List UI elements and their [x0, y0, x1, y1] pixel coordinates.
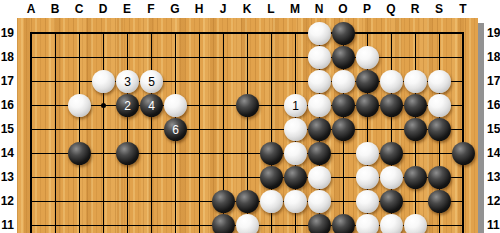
- stone-white-P13[interactable]: [356, 166, 379, 189]
- grid-vertical-D: [103, 32, 104, 233]
- row-label-left-13: 13: [0, 169, 14, 185]
- row-label-right-18: 18: [487, 49, 500, 65]
- column-label-F: F: [139, 1, 163, 17]
- row-label-left-18: 18: [0, 49, 14, 65]
- stone-black-N15[interactable]: [308, 118, 331, 141]
- row-label-right-15: 15: [487, 121, 500, 137]
- column-label-B: B: [43, 1, 67, 17]
- stone-black-K16[interactable]: [236, 94, 259, 117]
- column-label-J: J: [211, 1, 235, 17]
- stone-black-Q14[interactable]: [380, 142, 403, 165]
- column-label-O: O: [331, 1, 355, 17]
- stone-black-J11[interactable]: [212, 214, 235, 233]
- stone-black-P16[interactable]: [356, 94, 379, 117]
- stone-black-O18[interactable]: [332, 46, 355, 69]
- go-diagram: ABCDEFGHJKLMNOPQRST 191817161514131211 1…: [0, 0, 500, 233]
- stone-white-L12[interactable]: [260, 190, 283, 213]
- stone-black-R16[interactable]: [404, 94, 427, 117]
- column-label-D: D: [91, 1, 115, 17]
- stone-white-N16[interactable]: [308, 94, 331, 117]
- stone-black-S15[interactable]: [428, 118, 451, 141]
- move-number-label: 6: [172, 124, 179, 136]
- stone-white-P18[interactable]: [356, 46, 379, 69]
- row-label-right-13: 13: [487, 169, 500, 185]
- grid-horizontal-15: [30, 129, 464, 130]
- stone-black-L14[interactable]: [260, 142, 283, 165]
- grid-vertical-C: [79, 32, 80, 233]
- stone-white-N19[interactable]: [308, 22, 331, 45]
- stone-black-T14[interactable]: [452, 142, 475, 165]
- row-label-right-12: 12: [487, 193, 500, 209]
- column-label-K: K: [235, 1, 259, 17]
- stone-black-E16-move-2[interactable]: 2: [116, 94, 139, 117]
- stone-white-C16[interactable]: [68, 94, 91, 117]
- column-label-E: E: [115, 1, 139, 17]
- stone-black-M13[interactable]: [284, 166, 307, 189]
- stone-white-K11[interactable]: [236, 214, 259, 233]
- column-label-S: S: [427, 1, 451, 17]
- stone-black-O19[interactable]: [332, 22, 355, 45]
- row-label-left-12: 12: [0, 193, 14, 209]
- stone-white-M16-move-1[interactable]: 1: [284, 94, 307, 117]
- stone-black-S13[interactable]: [428, 166, 451, 189]
- stone-white-Q17[interactable]: [380, 70, 403, 93]
- move-number-label: 4: [148, 100, 155, 112]
- stone-white-E17-move-3[interactable]: 3: [116, 70, 139, 93]
- stone-white-Q11[interactable]: [380, 214, 403, 233]
- stone-white-R11[interactable]: [404, 214, 427, 233]
- stone-white-O17[interactable]: [332, 70, 355, 93]
- stone-white-N13[interactable]: [308, 166, 331, 189]
- row-label-right-14: 14: [487, 145, 500, 161]
- stone-white-F17-move-5[interactable]: 5: [140, 70, 163, 93]
- star-point-D16: [101, 103, 106, 108]
- row-label-left-15: 15: [0, 121, 14, 137]
- row-label-left-11: 11: [0, 217, 14, 233]
- stone-black-J12[interactable]: [212, 190, 235, 213]
- stone-white-Q13[interactable]: [380, 166, 403, 189]
- stone-white-P12[interactable]: [356, 190, 379, 213]
- row-label-right-11: 11: [487, 217, 500, 233]
- grid-vertical-A: [30, 32, 32, 233]
- grid-vertical-B: [55, 32, 56, 233]
- column-label-C: C: [67, 1, 91, 17]
- grid-horizontal-19: [30, 32, 464, 34]
- stone-white-R17[interactable]: [404, 70, 427, 93]
- stone-white-M12[interactable]: [284, 190, 307, 213]
- grid-horizontal-18: [30, 57, 464, 58]
- grid-vertical-E: [127, 32, 128, 233]
- column-label-N: N: [307, 1, 331, 17]
- row-label-right-19: 19: [487, 25, 500, 41]
- stone-white-N18[interactable]: [308, 46, 331, 69]
- stone-black-S12[interactable]: [428, 190, 451, 213]
- row-label-right-17: 17: [487, 73, 500, 89]
- grid-vertical-H: [199, 32, 200, 233]
- column-label-P: P: [355, 1, 379, 17]
- grid-vertical-T: [462, 32, 464, 233]
- stone-black-R15[interactable]: [404, 118, 427, 141]
- stone-white-S16[interactable]: [428, 94, 451, 117]
- column-label-A: A: [19, 1, 43, 17]
- stone-black-N11[interactable]: [308, 214, 331, 233]
- stone-black-R13[interactable]: [404, 166, 427, 189]
- stone-white-P11[interactable]: [356, 214, 379, 233]
- stone-white-G16[interactable]: [164, 94, 187, 117]
- stone-white-D17[interactable]: [92, 70, 115, 93]
- column-label-T: T: [451, 1, 475, 17]
- stone-black-O15[interactable]: [332, 118, 355, 141]
- stone-white-M14[interactable]: [284, 142, 307, 165]
- column-label-H: H: [187, 1, 211, 17]
- stone-black-F16-move-4[interactable]: 4: [140, 94, 163, 117]
- stone-white-N17[interactable]: [308, 70, 331, 93]
- column-label-L: L: [259, 1, 283, 17]
- column-label-G: G: [163, 1, 187, 17]
- stone-white-P14[interactable]: [356, 142, 379, 165]
- column-label-M: M: [283, 1, 307, 17]
- board-edge-shadow: [478, 23, 484, 233]
- stone-black-Q12[interactable]: [380, 190, 403, 213]
- stone-white-S17[interactable]: [428, 70, 451, 93]
- column-label-R: R: [403, 1, 427, 17]
- stone-black-N14[interactable]: [308, 142, 331, 165]
- stone-white-M15[interactable]: [284, 118, 307, 141]
- stone-black-O16[interactable]: [332, 94, 355, 117]
- stone-black-G15-move-6[interactable]: 6: [164, 118, 187, 141]
- stone-black-E14[interactable]: [116, 142, 139, 165]
- move-number-label: 2: [124, 100, 131, 112]
- stone-black-Q16[interactable]: [380, 94, 403, 117]
- stone-black-C14[interactable]: [68, 142, 91, 165]
- row-label-left-14: 14: [0, 145, 14, 161]
- stone-black-L13[interactable]: [260, 166, 283, 189]
- move-number-label: 1: [292, 100, 299, 112]
- move-number-label: 5: [148, 76, 155, 88]
- column-label-Q: Q: [379, 1, 403, 17]
- row-label-left-17: 17: [0, 73, 14, 89]
- row-label-left-19: 19: [0, 25, 14, 41]
- stone-black-O11[interactable]: [332, 214, 355, 233]
- stone-white-N12[interactable]: [308, 190, 331, 213]
- grid-vertical-F: [151, 32, 152, 233]
- row-label-left-16: 16: [0, 97, 14, 113]
- move-number-label: 3: [124, 76, 131, 88]
- row-label-right-16: 16: [487, 97, 500, 113]
- stone-black-P17[interactable]: [356, 70, 379, 93]
- stone-black-K12[interactable]: [236, 190, 259, 213]
